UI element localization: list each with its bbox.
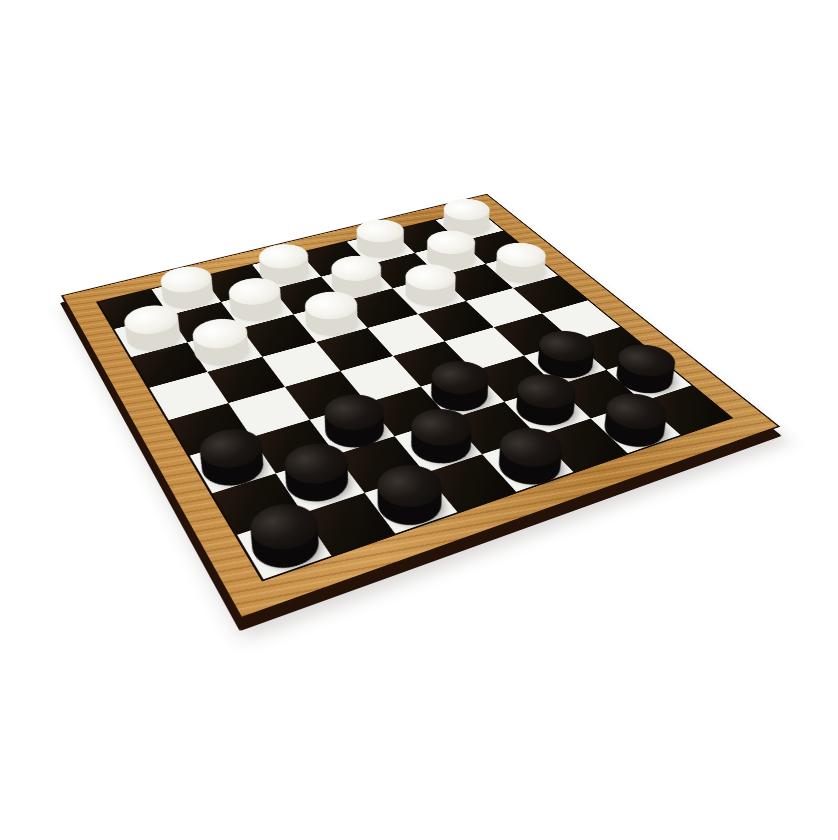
white-piece-b6[interactable] xyxy=(187,331,256,371)
black-piece-b2[interactable] xyxy=(276,455,358,509)
black-piece-d2[interactable] xyxy=(401,421,482,471)
black-piece-f2[interactable] xyxy=(506,386,586,432)
white-piece-h6[interactable] xyxy=(487,254,554,287)
black-piece-h2[interactable] xyxy=(605,356,683,399)
white-piece-d6[interactable] xyxy=(297,303,366,341)
product-photo-canvas xyxy=(0,0,838,840)
checkers-board xyxy=(63,195,777,617)
white-piece-f6[interactable] xyxy=(397,276,465,311)
board-scene xyxy=(0,0,838,840)
